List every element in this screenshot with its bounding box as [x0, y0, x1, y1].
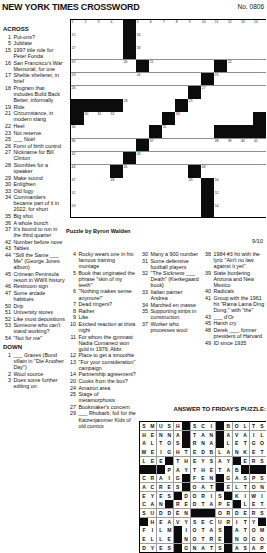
clue-text: ID since 1935 [214, 340, 267, 346]
down-clue-49: 49ID since 1935 [201, 340, 266, 346]
grid-cell-r4c15[interactable] [253, 60, 266, 73]
grid-cell-r9c9[interactable] [175, 125, 188, 138]
grid-cell-r10c5[interactable] [123, 139, 136, 152]
grid-cell-r3c4[interactable] [110, 46, 123, 59]
grid-cell-r2c2[interactable] [84, 33, 97, 46]
grid-cell-r11c1[interactable]: 42 [71, 152, 84, 165]
answer-cell-r1c13: L [241, 422, 249, 430]
grid-cell-r9c4[interactable] [110, 125, 123, 138]
grid-cell-r1c6[interactable]: 5 [136, 20, 149, 33]
grid-cell-r2c8[interactable] [162, 33, 175, 46]
grid-cell-r3c6[interactable]: 18 [136, 46, 149, 59]
grid-cell-r10c8[interactable] [162, 139, 175, 152]
grid-cell-r5c15[interactable] [253, 73, 266, 86]
answer-cell-r10c2: A [148, 500, 156, 508]
grid-cell-r4c4[interactable] [110, 60, 123, 73]
grid-cell-r6c1[interactable]: 26 [71, 86, 84, 99]
grid-cell-r9c10[interactable] [188, 125, 201, 138]
grid-cell-r5c9[interactable] [175, 73, 188, 86]
grid-cell-r7c8[interactable] [162, 99, 175, 112]
grid-cell-r2c15[interactable] [253, 33, 266, 46]
grid-cell-r13c4[interactable]: 48 [110, 178, 123, 191]
clue-number-37: 37 [150, 139, 154, 143]
grid-cell-r1c8[interactable]: 7 [162, 20, 175, 33]
clue-num: 50 [1, 303, 14, 309]
grid-cell-r1c11[interactable]: 10 [201, 20, 214, 33]
grid-cell-r2c11[interactable] [201, 33, 214, 46]
across-clue-45: 45Crimean Peninsula resort in WWII histo… [1, 271, 65, 283]
grid-cell-r2c14[interactable] [240, 33, 253, 46]
grid-cell-r14c10[interactable] [188, 191, 201, 204]
answer-cell-r5c7: E [191, 457, 199, 465]
grid-cell-r9c3[interactable] [97, 125, 110, 138]
grid-cell-r11c3[interactable] [97, 152, 110, 165]
grid-cell-r1c12[interactable]: 11 [214, 20, 227, 33]
clue-num: 31 [138, 258, 151, 270]
clue-text: Wool source [14, 371, 66, 377]
clue-text: Ride [14, 104, 66, 110]
grid-cell-r10c9[interactable] [175, 139, 188, 152]
grid-cell-r15c14[interactable] [240, 204, 253, 217]
grid-cell-r12c6[interactable] [136, 165, 149, 178]
grid-cell-r7c5[interactable]: 28 [123, 99, 136, 112]
answer-cell-r3c5: S [174, 439, 182, 447]
grid-cell-r3c8[interactable] [162, 46, 175, 59]
answer-cell-r5c1: L [140, 457, 148, 465]
answer-cell-r8c3: R [157, 483, 165, 491]
grid-cell-r12c3[interactable] [97, 165, 110, 178]
grid-cell-r10c11[interactable] [201, 139, 214, 152]
answer-cell-r7c2: R [148, 474, 156, 482]
clue-number-14: 14 [254, 20, 258, 24]
grid-cell-r6c6[interactable] [136, 86, 149, 99]
grid-cell-r4c14[interactable] [240, 60, 253, 73]
answer-cell-r12c11: R [224, 518, 232, 526]
grid-cell-r5c2[interactable] [84, 73, 97, 86]
grid-cell-r10c7[interactable]: 37 [149, 139, 162, 152]
grid-cell-r1c9[interactable]: 8 [175, 20, 188, 33]
grid-cell-r13c13[interactable] [227, 178, 240, 191]
answer-cell-r9c15: I [258, 492, 266, 500]
grid-cell-r1c4[interactable]: 4 [110, 20, 123, 33]
grid-cell-r13c6[interactable] [136, 178, 149, 191]
grid-cell-r5c13[interactable] [227, 73, 240, 86]
clue-num: 35 [1, 213, 14, 219]
down-clue-43: 43___ d'Or [201, 314, 266, 320]
grid-cell-r9c2[interactable] [84, 125, 97, 138]
grid-cell-r1c7[interactable]: 6 [149, 20, 162, 33]
grid-cell-r6c3[interactable] [97, 86, 110, 99]
grid-cell-r8c2[interactable]: 30 [84, 112, 97, 125]
grid-cell-r4c9[interactable] [175, 60, 188, 73]
grid-cell-r10c1[interactable]: 36 [71, 139, 84, 152]
grid-cell-r14c8[interactable] [162, 191, 175, 204]
grid-cell-r2c6[interactable]: 16 [136, 33, 149, 46]
answer-cell-r5c9: S [207, 457, 215, 465]
grid-cell-r14c7[interactable] [149, 191, 162, 204]
grid-cell-r12c9[interactable] [175, 165, 188, 178]
answer-cell-r1c1: S [140, 422, 148, 430]
grid-cell-r14c1[interactable]: 51 [71, 191, 84, 204]
grid-cell-r2c13[interactable] [227, 33, 240, 46]
grid-cell-r5c10[interactable] [188, 73, 201, 86]
grid-cell-r10c15[interactable]: 41 [253, 139, 266, 152]
grid-cell-r8c7[interactable] [149, 112, 162, 125]
answer-cell-r1c2: M [148, 422, 156, 430]
grid-cell-r7c15[interactable] [253, 99, 266, 112]
answer-cell-r6c14 [250, 465, 258, 473]
answer-cell-r14c8: T [199, 535, 207, 543]
grid-cell-r15c1[interactable]: 53 [71, 204, 84, 217]
grid-cell-r7c11[interactable] [201, 99, 214, 112]
grid-cell-r8c9[interactable]: 33 [175, 112, 188, 125]
grid-cell-r9c8[interactable]: 35 [162, 125, 175, 138]
grid-cell-r6c13[interactable] [227, 86, 240, 99]
answer-cell-r8c5: S [174, 483, 182, 491]
grid-cell-r4c2[interactable] [84, 60, 97, 73]
grid-cell-r8c10[interactable] [188, 112, 201, 125]
clue-number-23: 23 [72, 73, 76, 77]
grid-cell-r8c14[interactable] [240, 112, 253, 125]
grid-cell-r7c10[interactable]: 29 [188, 99, 201, 112]
answer-cell-r3c6 [182, 439, 190, 447]
answer-cell-r4c8: D [199, 448, 207, 456]
grid-cell-r1c3[interactable]: 3 [97, 20, 110, 33]
answer-cell-r11c11: R [224, 509, 232, 517]
grid-cell-r13c1[interactable]: 47 [71, 178, 84, 191]
grid-cell-r13c2[interactable] [84, 178, 97, 191]
grid-cell-r5c12[interactable]: 25 [214, 73, 227, 86]
grid-cell-r3c11[interactable] [201, 46, 214, 59]
clue-number-17: 17 [72, 46, 76, 50]
clue-num: 4 [66, 251, 79, 269]
grid-cell-r13c12[interactable]: 50 [214, 178, 227, 191]
grid-cell-r5c3[interactable] [97, 73, 110, 86]
answer-cell-r2c14: I [250, 431, 258, 439]
answer-cell-r12c8: E [199, 518, 207, 526]
grid-cell-r9c1[interactable]: 34 [71, 125, 84, 138]
grid-cell-r6c11[interactable]: 27 [201, 86, 214, 99]
grid-cell-r13c10[interactable]: 49 [188, 178, 201, 191]
grid-cell-r13c15[interactable] [253, 178, 266, 191]
clue-num: 3 [1, 377, 14, 389]
grid-cell-r3c13[interactable] [227, 46, 240, 59]
clue-number-7: 7 [163, 20, 165, 24]
clue-num: 34 [138, 302, 151, 308]
answer-cell-r9c9: I [207, 492, 215, 500]
grid-cell-r15c4[interactable] [110, 204, 123, 217]
grid-cell-r13c14[interactable] [240, 178, 253, 191]
grid-cell-r14c2[interactable] [84, 191, 97, 204]
grid-cell-r3c1[interactable]: 17 [71, 46, 84, 59]
grid-cell-r14c4[interactable] [110, 191, 123, 204]
grid-cell-r5c6[interactable]: 24 [136, 73, 149, 86]
grid-cell-r8c6[interactable] [136, 112, 149, 125]
grid-cell-r3c7[interactable] [149, 46, 162, 59]
grid-cell-r14c3[interactable] [97, 191, 110, 204]
grid-cell-r2c1[interactable]: 15 [71, 33, 84, 46]
clue-number-26: 26 [72, 86, 76, 90]
clue-number-6: 6 [150, 20, 152, 24]
grid-cell-r1c10[interactable]: 9 [188, 20, 201, 33]
grid-cell-r10c10[interactable] [188, 139, 201, 152]
answer-cell-r3c10 [216, 439, 224, 447]
grid-cell-r7c12[interactable] [214, 99, 227, 112]
grid-cell-r13c8[interactable] [162, 178, 175, 191]
answer-cell-r4c9: B [207, 448, 215, 456]
grid-cell-r15c12[interactable]: 54 [214, 204, 227, 217]
grid-cell-r13c3[interactable] [97, 178, 110, 191]
grid-cell-r7c13[interactable] [227, 99, 240, 112]
clue-number-36: 36 [72, 139, 76, 143]
grid-cell-r15c5[interactable] [123, 204, 136, 217]
grid-cell-r10c2[interactable] [84, 139, 97, 152]
grid-cell-r11c2[interactable] [84, 152, 97, 165]
grid-cell-r12c14[interactable] [240, 165, 253, 178]
grid-cell-r2c4[interactable] [110, 33, 123, 46]
grid-cell-r7c14[interactable] [240, 99, 253, 112]
grid-cell-r4c13[interactable]: 22 [227, 60, 240, 73]
clue-num: 26 [1, 143, 14, 149]
answer-cell-r6c5: A [174, 465, 182, 473]
main-crossword-grid[interactable]: 1234567891011121314151617181920212223242… [70, 19, 266, 218]
clue-num: 27 [1, 149, 14, 161]
grid-cell-r10c14[interactable]: 40 [240, 139, 253, 152]
down-clue-41: 41Group with the 1961 hit "Rama Lama Din… [201, 295, 266, 313]
grid-cell-r2c9[interactable] [175, 33, 188, 46]
clue-text: Many a 900 number [151, 251, 201, 257]
grid-cell-r2c7[interactable] [149, 33, 162, 46]
grid-cell-r11c9[interactable] [175, 152, 188, 165]
grid-cell-r15c3[interactable] [97, 204, 110, 217]
grid-cell-r12c8[interactable] [162, 165, 175, 178]
black-cell-r1c5 [123, 20, 136, 33]
clue-number-9: 9 [189, 20, 191, 24]
clue-text: Drip [14, 303, 66, 309]
clue-num: 43 [201, 314, 214, 320]
grid-cell-r15c9[interactable] [175, 204, 188, 217]
answer-cell-r1c14: T [250, 422, 258, 430]
clue-number-40: 40 [241, 139, 245, 143]
grid-cell-r5c4[interactable] [110, 73, 123, 86]
across-clue-51: 51University stores [1, 309, 65, 315]
grid-cell-r12c7[interactable] [149, 165, 162, 178]
across-clue-52: 52Like most depositions [1, 316, 65, 322]
grid-cell-r15c8[interactable] [162, 204, 175, 217]
puzzle-number: No. 0806 [238, 3, 264, 10]
grid-cell-r4c11[interactable] [201, 60, 214, 73]
grid-cell-r15c7[interactable] [149, 204, 162, 217]
grid-cell-r4c3[interactable] [97, 60, 110, 73]
grid-cell-r6c15[interactable] [253, 86, 266, 99]
clue-number-44: 44 [72, 165, 76, 169]
newspaper-crossword-page: { "header": { "title": "NEW YORK TIMES C… [0, 0, 266, 553]
answer-cell-r14c7: O [191, 535, 199, 543]
grid-cell-r15c13[interactable] [227, 204, 240, 217]
answer-cell-r15c3: E [157, 544, 165, 552]
grid-cell-r14c15[interactable] [253, 191, 266, 204]
grid-cell-r6c12[interactable] [214, 86, 227, 99]
grid-cell-r11c6[interactable]: 43 [136, 152, 149, 165]
clue-num: 15 [1, 47, 14, 59]
grid-cell-r11c15[interactable] [253, 152, 266, 165]
grid-cell-r14c12[interactable]: 52 [214, 191, 227, 204]
answer-cell-r14c15: O [258, 535, 266, 543]
grid-cell-r1c13[interactable]: 12 [227, 20, 240, 33]
grid-cell-r6c4[interactable] [110, 86, 123, 99]
grid-cell-r8c4[interactable]: 32 [110, 112, 123, 125]
grid-cell-r7c7[interactable] [149, 99, 162, 112]
grid-cell-r1c2[interactable]: 2 [84, 20, 97, 33]
grid-cell-r13c5[interactable] [123, 178, 136, 191]
grid-cell-r12c12[interactable] [214, 165, 227, 178]
answer-cell-r7c7: F [191, 474, 199, 482]
grid-cell-r6c2[interactable] [84, 86, 97, 99]
grid-cell-r3c10[interactable] [188, 46, 201, 59]
grid-cell-r2c3[interactable] [97, 33, 110, 46]
grid-cell-r8c12[interactable] [214, 112, 227, 125]
grid-cell-r13c7[interactable] [149, 178, 162, 191]
grid-cell-r6c14[interactable] [240, 86, 253, 99]
grid-cell-r15c6[interactable] [136, 204, 149, 217]
answer-grid-header: ANSWER TO FRIDAY'S PUZZLE: [138, 406, 266, 412]
grid-cell-r8c13[interactable] [227, 112, 240, 125]
grid-cell-r14c14[interactable] [240, 191, 253, 204]
across-clue-33: 33Old fogy [1, 188, 65, 194]
grid-cell-r6c9[interactable] [175, 86, 188, 99]
grid-cell-r4c5[interactable]: 20 [123, 60, 136, 73]
grid-cell-r11c14[interactable] [240, 152, 253, 165]
clue-num: 29 [66, 410, 79, 428]
grid-cell-r12c13[interactable] [227, 165, 240, 178]
grid-cell-r15c10[interactable] [188, 204, 201, 217]
grid-cell-r12c5[interactable]: 45 [123, 165, 136, 178]
clue-number-24: 24 [137, 73, 141, 77]
grid-cell-r9c6[interactable] [136, 125, 149, 138]
grid-cell-r1c15[interactable]: 14 [253, 20, 266, 33]
answer-cell-r2c11: A [224, 431, 232, 439]
grid-cell-r11c12[interactable] [214, 152, 227, 165]
clue-text: Rather [79, 308, 137, 314]
clue-number-54: 54 [215, 204, 219, 208]
answer-cell-r6c13 [241, 465, 249, 473]
clue-number-46: 46 [202, 165, 206, 169]
answer-cell-r9c8: R [199, 492, 207, 500]
grid-cell-r3c15[interactable] [253, 46, 266, 59]
grid-cell-r5c7[interactable] [149, 73, 162, 86]
grid-cell-r2c10[interactable] [188, 33, 201, 46]
answer-cell-r11c3: D [157, 509, 165, 517]
grid-cell-r14c5[interactable] [123, 191, 136, 204]
grid-cell-r10c4[interactable] [110, 139, 123, 152]
grid-cell-r5c14[interactable] [240, 73, 253, 86]
clue-text: It's bound to run in the third quarter [14, 226, 66, 238]
answer-cell-r4c1: W [140, 448, 148, 456]
grid-cell-r9c11[interactable] [201, 125, 214, 138]
grid-cell-r4c7[interactable]: 21 [149, 60, 162, 73]
grid-cell-r12c1[interactable]: 44 [71, 165, 84, 178]
clue-num: 23 [1, 130, 14, 136]
grid-cell-r3c3[interactable] [97, 46, 110, 59]
grid-cell-r1c1[interactable]: 1 [71, 20, 84, 33]
grid-cell-r4c10[interactable] [188, 60, 201, 73]
grid-cell-r11c11[interactable] [201, 152, 214, 165]
answer-cell-r8c2: C [148, 483, 156, 491]
grid-cell-r5c1[interactable]: 23 [71, 73, 84, 86]
answer-cell-r2c1: H [140, 431, 148, 439]
grid-cell-r7c6[interactable] [136, 99, 149, 112]
clue-num: 30 [1, 181, 14, 187]
grid-cell-r12c15[interactable] [253, 165, 266, 178]
answer-cell-r13c3: L [157, 526, 165, 534]
page-title: NEW YORK TIMES CROSSWORD [2, 2, 140, 12]
clue-text: Jubilate [14, 40, 66, 46]
grid-cell-r11c10[interactable] [188, 152, 201, 165]
clue-num: 28 [1, 162, 14, 174]
answer-cell-r12c5: V [174, 518, 182, 526]
answer-cell-r6c6: Y [182, 465, 190, 473]
clue-num: 41 [201, 295, 214, 313]
across-clue-18: 18Program that includes Build Back Bette… [1, 85, 65, 103]
grid-cell-r11c4[interactable] [110, 152, 123, 165]
grid-cell-r2c12[interactable] [214, 33, 227, 46]
grid-cell-r6c8[interactable] [162, 86, 175, 99]
answer-cell-r2c4: N [165, 431, 173, 439]
grid-cell-r10c3[interactable] [97, 139, 110, 152]
answer-cell-r4c15: T [258, 448, 266, 456]
grid-cell-r3c2[interactable] [84, 46, 97, 59]
grid-cell-r14c6[interactable] [136, 191, 149, 204]
grid-cell-r13c9[interactable] [175, 178, 188, 191]
clue-number-48: 48 [111, 178, 115, 182]
answer-cell-r9c4: S [165, 492, 173, 500]
answer-cell-r3c15: O [258, 439, 266, 447]
grid-cell-r10c12[interactable]: 38 [214, 139, 227, 152]
clue-text: Book that originated the phrase "skin of… [79, 270, 137, 288]
grid-cell-r5c8[interactable] [162, 73, 175, 86]
grid-cell-r5c5[interactable] [123, 73, 136, 86]
answer-cell-r8c4: E [165, 483, 173, 491]
grid-cell-r8c3[interactable]: 31 [97, 112, 110, 125]
grid-cell-r3c12[interactable] [214, 46, 227, 59]
grid-cell-r6c5[interactable] [123, 86, 136, 99]
grid-cell-r1c14[interactable]: 13 [240, 20, 253, 33]
grid-cell-r15c2[interactable] [84, 204, 97, 217]
grid-cell-r4c8[interactable] [162, 60, 175, 73]
grid-cell-r8c11[interactable] [201, 112, 214, 125]
grid-cell-r15c15[interactable] [253, 204, 266, 217]
grid-cell-r11c8[interactable] [162, 152, 175, 165]
grid-cell-r3c14[interactable] [240, 46, 253, 59]
grid-cell-r9c5[interactable] [123, 125, 136, 138]
grid-cell-r4c1[interactable]: 19 [71, 60, 84, 73]
grid-cell-r14c9[interactable] [175, 191, 188, 204]
answer-cell-r10c10: P [216, 500, 224, 508]
clue-num: 14 [66, 371, 79, 377]
grid-cell-r11c7[interactable] [149, 152, 162, 165]
grid-cell-r12c11[interactable]: 46 [201, 165, 214, 178]
grid-cell-r11c13[interactable] [227, 152, 240, 165]
clue-text: Big shot [14, 213, 66, 219]
grid-cell-r14c13[interactable] [227, 191, 240, 204]
answer-cell-r3c7: R [191, 439, 199, 447]
grid-cell-r6c7[interactable] [149, 86, 162, 99]
grid-cell-r12c2[interactable] [84, 165, 97, 178]
grid-cell-r10c13[interactable]: 39 [227, 139, 240, 152]
grid-cell-r8c5[interactable] [123, 112, 136, 125]
answer-cell-r7c15: S [258, 474, 266, 482]
grid-cell-r3c9[interactable] [175, 46, 188, 59]
